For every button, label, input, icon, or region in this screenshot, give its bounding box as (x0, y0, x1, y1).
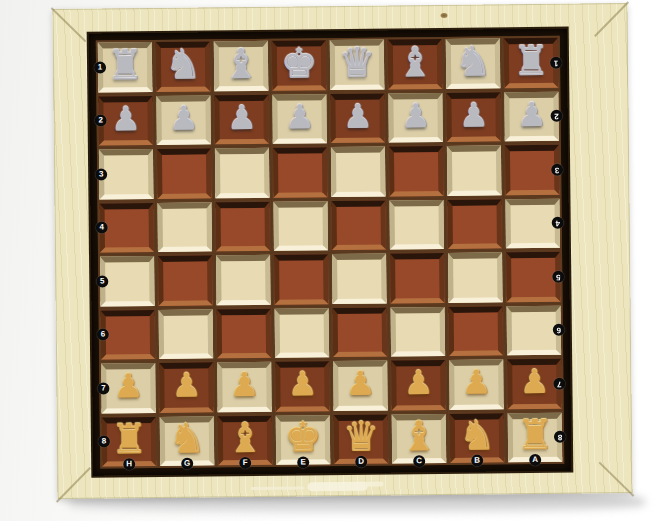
board-grid: ♜1♞♝♚♛♝♞♜1♟2♟♟♟♟♟♟♟233445566♟7♟♟♟♟♟♟♟7♜8… (96, 36, 564, 469)
square-recess (273, 147, 328, 197)
board-frame: ♜1♞♝♚♛♝♞♜1♟2♟♟♟♟♟♟♟233445566♟7♟♟♟♟♟♟♟7♜8… (52, 3, 632, 499)
frame-miter-seam (51, 7, 87, 42)
square-h8: ♜8H (100, 414, 159, 468)
square-recess (157, 202, 212, 252)
square-d4 (329, 198, 388, 252)
square-recess (391, 306, 446, 356)
square-g7: ♟ (157, 360, 216, 414)
square-b1: ♞ (444, 36, 503, 90)
square-e3 (271, 145, 330, 199)
square-a1: ♜1 (502, 36, 561, 90)
square-d5 (330, 252, 389, 306)
square-recess (274, 254, 329, 304)
square-recess (275, 308, 330, 358)
square-f1: ♝ (212, 39, 271, 93)
wood-knot (441, 13, 448, 18)
square-c2: ♟ (386, 90, 445, 144)
file-label-bottom: H (123, 458, 135, 470)
square-recess (157, 148, 212, 198)
square-e7: ♟ (273, 359, 332, 413)
rank-label-right: 5 (552, 270, 564, 282)
square-d7: ♟ (331, 359, 390, 413)
square-recess (159, 309, 214, 359)
square-recess (217, 362, 272, 412)
rank-label-left: 5 (96, 275, 108, 287)
square-recess (389, 146, 444, 196)
file-label-bottom: D (355, 456, 367, 468)
rank-label-right: 8 (554, 431, 566, 443)
file-label-bottom: C (413, 455, 425, 467)
square-recess (214, 41, 269, 91)
rank-label-right: 2 (551, 110, 563, 122)
square-c4 (387, 197, 446, 251)
square-e5 (272, 252, 331, 306)
square-a5: 5 (504, 250, 563, 304)
square-recess (156, 41, 211, 91)
square-recess (272, 94, 327, 144)
rank-label-left: 1 (94, 61, 106, 73)
square-recess (331, 147, 386, 197)
square-recess (215, 201, 270, 251)
square-b5 (446, 250, 505, 304)
square-recess (214, 94, 269, 144)
square-c8: ♝C (390, 411, 449, 465)
square-recess (333, 361, 388, 411)
square-h4: 4 (97, 200, 156, 254)
frame-scuff (307, 482, 367, 492)
square-recess (273, 201, 328, 251)
square-f2: ♟ (212, 92, 271, 146)
square-g3 (155, 146, 214, 200)
square-h7: ♟7 (99, 361, 158, 415)
square-b2: ♟ (444, 90, 503, 144)
square-b4 (445, 197, 504, 251)
rank-label-right: 4 (552, 217, 564, 229)
square-g2: ♟ (154, 93, 213, 147)
square-recess (332, 254, 387, 304)
square-a3: 3 (503, 143, 562, 197)
square-h5: 5 (98, 254, 157, 308)
square-b7: ♟ (447, 357, 506, 411)
square-h3: 3 (97, 147, 156, 201)
square-recess (156, 95, 211, 145)
file-label-bottom: E (297, 456, 309, 468)
frame-miter-seam (56, 467, 91, 503)
square-d2: ♟ (328, 91, 387, 145)
square-f4 (213, 199, 272, 253)
square-recess (158, 255, 213, 305)
square-c7: ♟ (389, 358, 448, 412)
square-h6: 6 (99, 307, 158, 361)
square-h1: ♜1 (96, 40, 155, 94)
square-recess (447, 145, 502, 195)
square-recess (449, 359, 504, 409)
square-d1: ♛ (328, 38, 387, 92)
frame-miter-seam (599, 462, 635, 497)
frame-miter-seam (594, 1, 629, 37)
file-label-bottom: A (529, 454, 541, 466)
square-recess (217, 308, 272, 358)
square-c3 (387, 144, 446, 198)
rank-label-left: 3 (95, 168, 107, 180)
square-e4 (271, 199, 330, 253)
square-f8: ♝F (216, 413, 275, 467)
square-recess (388, 39, 443, 89)
square-e2: ♟ (270, 92, 329, 146)
rank-label-right: 6 (553, 324, 565, 336)
square-recess (330, 40, 385, 90)
square-recess (275, 361, 330, 411)
square-recess (330, 93, 385, 143)
square-recess (333, 307, 388, 357)
square-h2: ♟2 (96, 93, 155, 147)
square-recess (446, 92, 501, 142)
square-recess (448, 252, 503, 302)
square-recess (391, 360, 446, 410)
square-g8: ♞G (158, 414, 217, 468)
square-f3 (213, 146, 272, 200)
square-recess (446, 38, 501, 88)
square-recess (215, 148, 270, 198)
square-recess (159, 362, 214, 412)
photo-background: ♜1♞♝♚♛♝♞♜1♟2♟♟♟♟♟♟♟233445566♟7♟♟♟♟♟♟♟7♜8… (0, 0, 655, 521)
square-e1: ♚ (270, 38, 329, 92)
square-recess (449, 306, 504, 356)
square-a7: ♟7 (505, 357, 564, 411)
square-e6 (273, 306, 332, 360)
square-recess (389, 199, 444, 249)
rank-label-right: 3 (551, 163, 563, 175)
square-recess (216, 255, 271, 305)
file-label-bottom: G (181, 458, 193, 470)
square-f6 (215, 306, 274, 360)
square-f7: ♟ (215, 360, 274, 414)
square-d3 (329, 145, 388, 199)
square-d6 (331, 305, 390, 359)
rank-label-left: 7 (97, 382, 109, 394)
square-recess (388, 92, 443, 142)
rank-label-right: 7 (553, 377, 565, 389)
square-b8: ♞B (448, 411, 507, 465)
square-g4 (155, 200, 214, 254)
square-recess (272, 40, 327, 90)
square-g6 (157, 307, 216, 361)
square-d8: ♛D (332, 412, 391, 466)
square-a6: 6 (505, 303, 564, 357)
square-recess (390, 253, 445, 303)
square-f5 (214, 253, 273, 307)
rank-label-right: 1 (550, 56, 562, 68)
chess-board: ♜1♞♝♚♛♝♞♜1♟2♟♟♟♟♟♟♟233445566♟7♟♟♟♟♟♟♟7♜8… (89, 29, 572, 476)
square-recess (331, 200, 386, 250)
square-recess (447, 199, 502, 249)
square-c5 (388, 251, 447, 305)
square-a2: ♟2 (502, 89, 561, 143)
square-b6 (447, 304, 506, 358)
square-g1: ♞ (154, 39, 213, 93)
file-label-bottom: B (471, 455, 483, 467)
square-e8: ♚E (274, 413, 333, 467)
square-a4: 4 (503, 196, 562, 250)
square-g5 (156, 253, 215, 307)
file-label-bottom: F (239, 457, 251, 469)
square-c6 (389, 304, 448, 358)
square-a8: ♜8A (506, 410, 565, 464)
square-b3 (445, 143, 504, 197)
square-c1: ♝ (386, 37, 445, 91)
